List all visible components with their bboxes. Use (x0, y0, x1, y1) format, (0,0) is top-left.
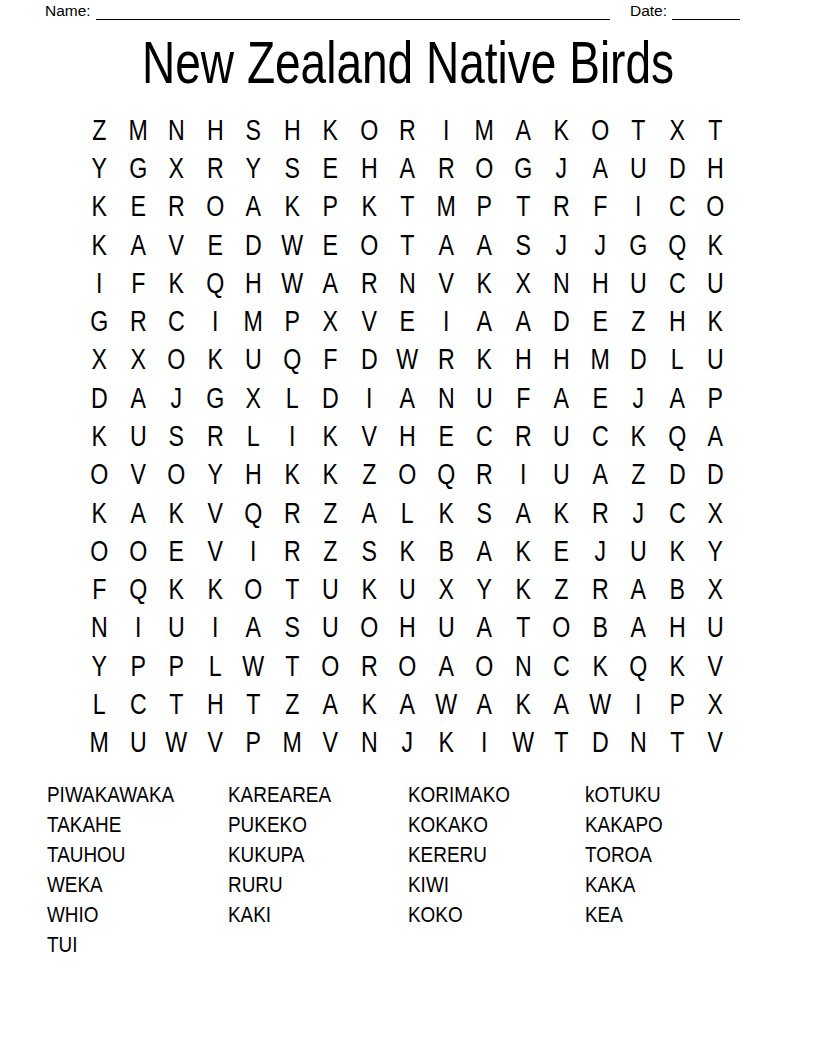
grid-cell: K (276, 456, 307, 494)
grid-cell: A (508, 494, 539, 532)
grid-cell: K (431, 494, 462, 532)
grid-cell: R (585, 571, 616, 609)
grid-cell: Z (84, 111, 115, 149)
grid-cell: J (546, 149, 577, 187)
word-item: TUI (47, 930, 206, 960)
word-list-column: kOTUKUKAKAPOTOROAKAKAKEA (585, 780, 673, 960)
grid-cell: J (392, 724, 423, 762)
grid-cell: V (199, 532, 230, 570)
grid-cell: U (122, 417, 153, 455)
grid-cell: V (122, 456, 153, 494)
grid-cell: H (199, 111, 230, 149)
word-item: KAKAPO (585, 810, 663, 840)
grid-cell: A (546, 685, 577, 723)
grid-cell: O (469, 647, 500, 685)
grid-cell: A (431, 647, 462, 685)
word-item: kOTUKU (585, 780, 663, 810)
grid-cell: U (315, 571, 346, 609)
grid-cell: A (122, 494, 153, 532)
grid-cell: O (354, 111, 385, 149)
grid-cell: K (431, 724, 462, 762)
grid-cell: W (431, 685, 462, 723)
grid-cell: Q (662, 417, 693, 455)
grid-cell: I (623, 685, 654, 723)
grid-cell: K (469, 341, 500, 379)
word-item: KERERU (408, 840, 564, 870)
grid-cell: W (276, 226, 307, 264)
grid-cell: O (161, 341, 192, 379)
grid-cell: N (392, 264, 423, 302)
grid-cell: K (585, 647, 616, 685)
grid-cell: I (122, 609, 153, 647)
grid-cell: V (315, 724, 346, 762)
grid-cell: R (354, 264, 385, 302)
grid-cell: S (276, 609, 307, 647)
grid-cell: W (585, 685, 616, 723)
grid-cell: O (354, 609, 385, 647)
grid-cell: D (354, 341, 385, 379)
grid-cell: H (238, 264, 269, 302)
grid-cell: K (84, 494, 115, 532)
grid-cell: A (469, 302, 500, 340)
grid-cell: S (276, 149, 307, 187)
grid-cell: B (585, 609, 616, 647)
grid-cell: I (623, 188, 654, 226)
grid-cell: H (354, 149, 385, 187)
grid-cell: Y (700, 532, 731, 570)
grid-cell: S (238, 111, 269, 149)
grid-cell: L (392, 494, 423, 532)
grid-cell: K (508, 685, 539, 723)
grid-cell: A (238, 188, 269, 226)
grid-cell: K (508, 532, 539, 570)
word-item: TOROA (585, 840, 663, 870)
grid-cell: R (431, 149, 462, 187)
grid-cell: Z (623, 302, 654, 340)
grid-cell: K (161, 571, 192, 609)
grid-cell: A (354, 494, 385, 532)
grid-cell: R (276, 532, 307, 570)
grid-cell: R (585, 494, 616, 532)
grid-cell: O (161, 456, 192, 494)
grid-cell: P (276, 302, 307, 340)
grid-cell: D (623, 341, 654, 379)
header: Name: Date: (45, 1, 740, 20)
grid-cell: D (585, 724, 616, 762)
grid-cell: E (161, 532, 192, 570)
grid-cell: C (585, 417, 616, 455)
grid-cell: M (431, 188, 462, 226)
grid-cell: M (276, 724, 307, 762)
grid-cell: D (546, 302, 577, 340)
grid-cell: I (469, 724, 500, 762)
grid-cell: P (315, 188, 346, 226)
grid-cell: I (199, 302, 230, 340)
grid-cell: A (122, 226, 153, 264)
grid-cell: T (392, 226, 423, 264)
grid-cell: X (122, 341, 153, 379)
grid-cell: H (700, 149, 731, 187)
grid-cell: U (546, 417, 577, 455)
grid-cell: L (84, 685, 115, 723)
grid-cell: U (700, 341, 731, 379)
grid-cell: A (315, 685, 346, 723)
grid-cell: H (508, 341, 539, 379)
grid-cell: A (623, 609, 654, 647)
grid-cell: K (276, 188, 307, 226)
word-item: TAUHOU (47, 840, 206, 870)
grid-cell: U (161, 609, 192, 647)
grid-cell: K (161, 264, 192, 302)
grid-cell: D (238, 226, 269, 264)
word-item: RURU (228, 870, 386, 900)
grid-cell: N (84, 609, 115, 647)
grid-cell: P (700, 379, 731, 417)
grid-cell: R (276, 494, 307, 532)
grid-cell: Z (354, 456, 385, 494)
grid-cell: M (469, 111, 500, 149)
grid-cell: U (546, 456, 577, 494)
grid-cell: J (546, 226, 577, 264)
grid-cell: N (431, 379, 462, 417)
grid-cell: W (238, 647, 269, 685)
grid-cell: Q (199, 264, 230, 302)
grid-cell: J (161, 379, 192, 417)
grid-cell: U (700, 609, 731, 647)
grid-cell: A (700, 417, 731, 455)
grid-cell: J (623, 494, 654, 532)
grid-cell: M (122, 111, 153, 149)
grid-cell: F (585, 188, 616, 226)
grid-cell: R (161, 188, 192, 226)
grid-cell: Q (431, 456, 462, 494)
grid-cell: U (623, 149, 654, 187)
grid-cell: M (84, 724, 115, 762)
word-item: WEKA (47, 870, 206, 900)
grid-cell: K (508, 571, 539, 609)
grid-cell: C (546, 647, 577, 685)
grid-cell: Y (199, 456, 230, 494)
grid-cell: O (238, 571, 269, 609)
grid-cell: U (238, 341, 269, 379)
grid-cell: M (585, 341, 616, 379)
grid-cell: T (508, 188, 539, 226)
grid-cell: U (315, 609, 346, 647)
grid-cell: X (315, 302, 346, 340)
word-item: KOKAKO (408, 810, 564, 840)
grid-cell: F (84, 571, 115, 609)
grid-cell: B (431, 532, 462, 570)
word-item: KIWI (408, 870, 564, 900)
grid-cell: W (161, 724, 192, 762)
grid-cell: G (199, 379, 230, 417)
grid-cell: R (354, 647, 385, 685)
grid-cell: D (662, 149, 693, 187)
grid-cell: A (585, 149, 616, 187)
grid-cell: G (623, 226, 654, 264)
grid-cell: A (431, 226, 462, 264)
grid-cell: A (623, 571, 654, 609)
grid-cell: I (84, 264, 115, 302)
grid-cell: R (546, 188, 577, 226)
grid-cell: C (469, 417, 500, 455)
grid-cell: T (276, 647, 307, 685)
grid-cell: R (469, 456, 500, 494)
grid-cell: R (508, 417, 539, 455)
puzzle-title-text: New Zealand Native Birds (142, 30, 674, 96)
grid-cell: T (276, 571, 307, 609)
grid-cell: Q (276, 341, 307, 379)
grid-cell: Q (238, 494, 269, 532)
grid-cell: Z (315, 494, 346, 532)
grid-cell: K (354, 685, 385, 723)
grid-cell: T (392, 188, 423, 226)
grid-cell: K (354, 571, 385, 609)
grid-cell: H (199, 685, 230, 723)
grid-cell: V (354, 417, 385, 455)
grid-cell: I (276, 417, 307, 455)
grid-cell: R (199, 417, 230, 455)
grid-cell: K (700, 226, 731, 264)
grid-cell: K (84, 417, 115, 455)
grid-cell: P (662, 685, 693, 723)
grid-cell: I (238, 532, 269, 570)
grid-cell: O (84, 456, 115, 494)
grid-cell: G (508, 149, 539, 187)
grid-cell: K (546, 111, 577, 149)
word-search-grid: ZMNHSHKORIMAKOTXTYGXRYSEHAROGJAUDHKEROAK… (80, 111, 735, 762)
grid-cell: Y (469, 571, 500, 609)
grid-cell: U (700, 264, 731, 302)
grid-cell: O (122, 532, 153, 570)
grid-cell: P (238, 724, 269, 762)
grid-cell: K (700, 302, 731, 340)
grid-cell: K (315, 417, 346, 455)
grid-cell: O (199, 188, 230, 226)
grid-cell: X (700, 685, 731, 723)
grid-cell: X (238, 379, 269, 417)
grid-cell: A (392, 149, 423, 187)
grid-cell: T (546, 724, 577, 762)
grid-cell: U (623, 264, 654, 302)
date-blank-line (672, 19, 740, 20)
grid-cell: V (354, 302, 385, 340)
grid-cell: O (469, 149, 500, 187)
grid-cell: G (84, 302, 115, 340)
grid-cell: K (623, 417, 654, 455)
word-list-column: KAREAREAPUKEKOKUKUPARURUKAKI (228, 780, 408, 960)
grid-cell: H (662, 609, 693, 647)
grid-cell: F (315, 341, 346, 379)
grid-cell: N (161, 111, 192, 149)
grid-cell: K (161, 494, 192, 532)
grid-cell: M (238, 302, 269, 340)
grid-cell: I (199, 609, 230, 647)
grid-cell: O (392, 647, 423, 685)
grid-cell: E (392, 302, 423, 340)
grid-cell: P (161, 647, 192, 685)
grid-cell: T (662, 724, 693, 762)
word-item: KAREAREA (228, 780, 386, 810)
grid-cell: Y (84, 647, 115, 685)
grid-cell: U (469, 379, 500, 417)
grid-cell: V (431, 264, 462, 302)
grid-cell: K (469, 264, 500, 302)
grid-cell: Z (546, 571, 577, 609)
grid-cell: L (238, 417, 269, 455)
grid-cell: C (662, 494, 693, 532)
grid-cell: E (431, 417, 462, 455)
grid-cell: X (662, 111, 693, 149)
grid-cell: Y (238, 149, 269, 187)
word-item: KEA (585, 900, 663, 930)
word-list-column: KORIMAKOKOKAKOKERERUKIWIKOKO (408, 780, 585, 960)
word-item: KOKO (408, 900, 564, 930)
grid-cell: A (546, 379, 577, 417)
grid-cell: A (469, 609, 500, 647)
grid-cell: W (392, 341, 423, 379)
grid-cell: V (199, 724, 230, 762)
grid-cell: R (392, 111, 423, 149)
word-item: KUKUPA (228, 840, 386, 870)
grid-cell: N (508, 647, 539, 685)
grid-cell: S (161, 417, 192, 455)
grid-cell: S (508, 226, 539, 264)
grid-cell: P (122, 647, 153, 685)
grid-cell: V (199, 494, 230, 532)
grid-cell: A (315, 264, 346, 302)
grid-cell: K (84, 188, 115, 226)
grid-cell: U (122, 724, 153, 762)
grid-cell: K (199, 571, 230, 609)
grid-cell: A (469, 226, 500, 264)
grid-cell: E (546, 532, 577, 570)
grid-cell: E (315, 226, 346, 264)
grid-cell: X (431, 571, 462, 609)
grid-cell: O (315, 647, 346, 685)
grid-cell: A (122, 379, 153, 417)
grid-cell: U (623, 532, 654, 570)
grid-cell: O (84, 532, 115, 570)
word-list: PIWAKAWAKATAKAHETAUHOUWEKAWHIOTUIKAREARE… (47, 780, 673, 960)
grid-cell: S (469, 494, 500, 532)
grid-cell: Y (84, 149, 115, 187)
grid-cell: U (392, 571, 423, 609)
grid-cell: O (546, 609, 577, 647)
grid-cell: K (315, 111, 346, 149)
grid-cell: O (392, 456, 423, 494)
grid-cell: I (431, 111, 462, 149)
grid-cell: D (700, 456, 731, 494)
grid-cell: K (199, 341, 230, 379)
grid-cell: N (623, 724, 654, 762)
grid-cell: C (662, 188, 693, 226)
grid-cell: K (84, 226, 115, 264)
grid-cell: W (508, 724, 539, 762)
grid-cell: T (700, 111, 731, 149)
grid-cell: G (122, 149, 153, 187)
grid-cell: H (392, 417, 423, 455)
grid-cell: D (662, 456, 693, 494)
grid-cell: J (623, 379, 654, 417)
grid-cell: O (354, 226, 385, 264)
word-item: WHIO (47, 900, 206, 930)
grid-cell: H (662, 302, 693, 340)
word-item: KAKA (585, 870, 663, 900)
grid-cell: O (585, 111, 616, 149)
grid-cell: O (700, 188, 731, 226)
grid-cell: K (662, 647, 693, 685)
grid-cell: L (276, 379, 307, 417)
grid-cell: A (469, 685, 500, 723)
grid-cell: E (585, 379, 616, 417)
word-item: TAKAHE (47, 810, 206, 840)
grid-cell: H (392, 609, 423, 647)
grid-cell: U (431, 609, 462, 647)
grid-cell: K (546, 494, 577, 532)
grid-cell: E (122, 188, 153, 226)
grid-cell: A (508, 302, 539, 340)
name-label: Name: (45, 1, 91, 20)
grid-cell: W (276, 264, 307, 302)
grid-cell: X (700, 571, 731, 609)
grid-cell: E (585, 302, 616, 340)
grid-cell: H (238, 456, 269, 494)
grid-cell: X (161, 149, 192, 187)
grid-cell: H (276, 111, 307, 149)
grid-cell: C (122, 685, 153, 723)
grid-cell: V (161, 226, 192, 264)
grid-cell: T (161, 685, 192, 723)
grid-cell: E (199, 226, 230, 264)
grid-cell: L (199, 647, 230, 685)
grid-cell: X (508, 264, 539, 302)
grid-cell: R (122, 302, 153, 340)
grid-cell: I (431, 302, 462, 340)
grid-cell: Q (122, 571, 153, 609)
grid-cell: F (122, 264, 153, 302)
grid-cell: A (662, 379, 693, 417)
grid-cell: T (238, 685, 269, 723)
grid-cell: T (623, 111, 654, 149)
grid-cell: A (392, 685, 423, 723)
grid-cell: A (238, 609, 269, 647)
grid-cell: K (662, 532, 693, 570)
grid-cell: E (315, 149, 346, 187)
word-item: KORIMAKO (408, 780, 564, 810)
grid-cell: R (431, 341, 462, 379)
grid-cell: A (392, 379, 423, 417)
grid-cell: J (585, 226, 616, 264)
grid-cell: A (585, 456, 616, 494)
word-item: PUKEKO (228, 810, 386, 840)
grid-cell: K (354, 188, 385, 226)
grid-cell: T (508, 609, 539, 647)
grid-cell: H (585, 264, 616, 302)
grid-cell: A (508, 111, 539, 149)
date-label: Date: (630, 1, 667, 20)
grid-cell: K (392, 532, 423, 570)
grid-cell: R (199, 149, 230, 187)
grid-cell: C (161, 302, 192, 340)
grid-cell: Z (276, 685, 307, 723)
grid-cell: L (662, 341, 693, 379)
grid-cell: I (508, 456, 539, 494)
grid-cell: J (585, 532, 616, 570)
grid-cell: A (469, 532, 500, 570)
grid-cell: B (662, 571, 693, 609)
word-list-column: PIWAKAWAKATAKAHETAUHOUWEKAWHIOTUI (47, 780, 228, 960)
